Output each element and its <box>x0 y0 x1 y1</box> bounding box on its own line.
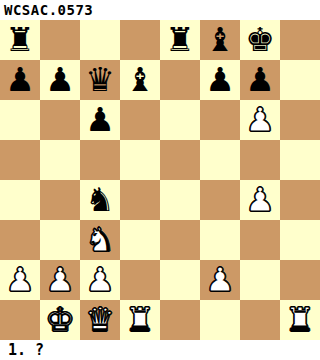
square-a1[interactable] <box>0 300 40 340</box>
square-a7[interactable]: ♟ <box>0 60 40 100</box>
square-c6[interactable]: ♟ <box>80 100 120 140</box>
square-h6[interactable] <box>280 100 320 140</box>
square-g2[interactable] <box>240 260 280 300</box>
black-knight-piece[interactable]: ♞ <box>85 180 115 220</box>
black-rook-piece[interactable]: ♜ <box>165 20 195 60</box>
square-b3[interactable] <box>40 220 80 260</box>
square-f5[interactable] <box>200 140 240 180</box>
square-g4[interactable]: ♟ <box>240 180 280 220</box>
square-a2[interactable]: ♟ <box>0 260 40 300</box>
chess-puzzle-screen: WCSAC.0573 ♜♜♝♚♟♟♛♝♟♟♟♟♞♟♞♟♟♟♟♚♛♜♜ 1. ? <box>0 0 320 360</box>
square-h2[interactable] <box>280 260 320 300</box>
square-c5[interactable] <box>80 140 120 180</box>
square-b2[interactable]: ♟ <box>40 260 80 300</box>
square-d6[interactable] <box>120 100 160 140</box>
square-e1[interactable] <box>160 300 200 340</box>
white-knight-piece[interactable]: ♞ <box>85 220 115 260</box>
square-g6[interactable]: ♟ <box>240 100 280 140</box>
square-e4[interactable] <box>160 180 200 220</box>
square-e5[interactable] <box>160 140 200 180</box>
square-b8[interactable] <box>40 20 80 60</box>
square-e3[interactable] <box>160 220 200 260</box>
square-h3[interactable] <box>280 220 320 260</box>
white-queen-piece[interactable]: ♛ <box>85 300 115 340</box>
square-f4[interactable] <box>200 180 240 220</box>
black-king-piece[interactable]: ♚ <box>245 20 275 60</box>
square-c1[interactable]: ♛ <box>80 300 120 340</box>
black-pawn-piece[interactable]: ♟ <box>45 60 75 100</box>
square-a3[interactable] <box>0 220 40 260</box>
black-bishop-piece[interactable]: ♝ <box>205 20 235 60</box>
square-d7[interactable]: ♝ <box>120 60 160 100</box>
move-prompt: 1. ? <box>0 340 320 360</box>
square-f7[interactable]: ♟ <box>200 60 240 100</box>
square-d5[interactable] <box>120 140 160 180</box>
white-rook-piece[interactable]: ♜ <box>285 300 315 340</box>
square-h4[interactable] <box>280 180 320 220</box>
chess-board: ♜♜♝♚♟♟♛♝♟♟♟♟♞♟♞♟♟♟♟♚♛♜♜ <box>0 20 320 340</box>
square-e2[interactable] <box>160 260 200 300</box>
square-c2[interactable]: ♟ <box>80 260 120 300</box>
square-e8[interactable]: ♜ <box>160 20 200 60</box>
square-a4[interactable] <box>0 180 40 220</box>
square-b5[interactable] <box>40 140 80 180</box>
square-f8[interactable]: ♝ <box>200 20 240 60</box>
square-f3[interactable] <box>200 220 240 260</box>
square-c7[interactable]: ♛ <box>80 60 120 100</box>
square-e7[interactable] <box>160 60 200 100</box>
square-d4[interactable] <box>120 180 160 220</box>
white-pawn-piece[interactable]: ♟ <box>205 260 235 300</box>
square-e6[interactable] <box>160 100 200 140</box>
square-g5[interactable] <box>240 140 280 180</box>
square-h7[interactable] <box>280 60 320 100</box>
square-f1[interactable] <box>200 300 240 340</box>
white-rook-piece[interactable]: ♜ <box>125 300 155 340</box>
white-pawn-piece[interactable]: ♟ <box>5 260 35 300</box>
square-d8[interactable] <box>120 20 160 60</box>
square-d1[interactable]: ♜ <box>120 300 160 340</box>
black-pawn-piece[interactable]: ♟ <box>5 60 35 100</box>
puzzle-title: WCSAC.0573 <box>0 0 320 20</box>
white-pawn-piece[interactable]: ♟ <box>85 260 115 300</box>
square-a6[interactable] <box>0 100 40 140</box>
black-pawn-piece[interactable]: ♟ <box>205 60 235 100</box>
square-b7[interactable]: ♟ <box>40 60 80 100</box>
white-king-piece[interactable]: ♚ <box>45 300 75 340</box>
square-h5[interactable] <box>280 140 320 180</box>
square-g3[interactable] <box>240 220 280 260</box>
white-pawn-piece[interactable]: ♟ <box>245 100 275 140</box>
square-f2[interactable]: ♟ <box>200 260 240 300</box>
square-d2[interactable] <box>120 260 160 300</box>
black-pawn-piece[interactable]: ♟ <box>85 100 115 140</box>
square-g7[interactable]: ♟ <box>240 60 280 100</box>
black-bishop-piece[interactable]: ♝ <box>125 60 155 100</box>
square-b6[interactable] <box>40 100 80 140</box>
white-pawn-piece[interactable]: ♟ <box>45 260 75 300</box>
white-pawn-piece[interactable]: ♟ <box>245 180 275 220</box>
square-c3[interactable]: ♞ <box>80 220 120 260</box>
black-rook-piece[interactable]: ♜ <box>5 20 35 60</box>
square-g8[interactable]: ♚ <box>240 20 280 60</box>
black-queen-piece[interactable]: ♛ <box>85 60 115 100</box>
square-b4[interactable] <box>40 180 80 220</box>
square-c4[interactable]: ♞ <box>80 180 120 220</box>
square-h1[interactable]: ♜ <box>280 300 320 340</box>
square-c8[interactable] <box>80 20 120 60</box>
square-a5[interactable] <box>0 140 40 180</box>
square-h8[interactable] <box>280 20 320 60</box>
square-g1[interactable] <box>240 300 280 340</box>
square-d3[interactable] <box>120 220 160 260</box>
black-pawn-piece[interactable]: ♟ <box>245 60 275 100</box>
square-f6[interactable] <box>200 100 240 140</box>
square-a8[interactable]: ♜ <box>0 20 40 60</box>
square-b1[interactable]: ♚ <box>40 300 80 340</box>
